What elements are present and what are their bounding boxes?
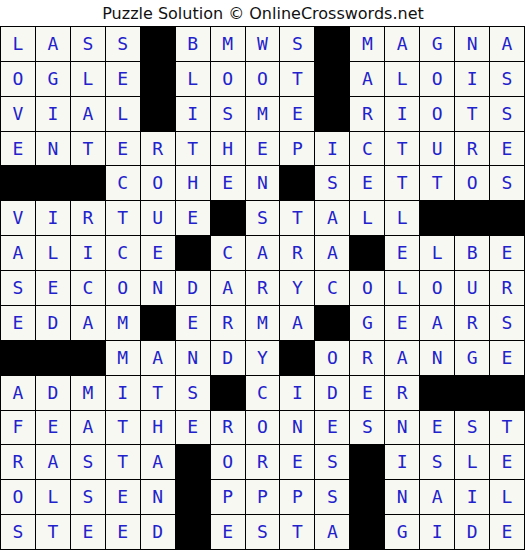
cell-letter: Y — [257, 349, 268, 367]
cell-letter: O — [152, 174, 163, 192]
block-cell — [420, 376, 454, 410]
block-cell — [176, 236, 210, 270]
letter-cell: T — [106, 411, 140, 445]
block-cell — [141, 97, 175, 131]
cell-letter: T — [117, 453, 128, 471]
letter-cell: O — [420, 62, 454, 96]
cell-letter: S — [82, 488, 93, 506]
letter-cell: A — [71, 306, 105, 340]
letter-cell: G — [385, 515, 419, 549]
letter-cell: U — [455, 271, 489, 305]
cell-letter: S — [327, 453, 338, 471]
letter-cell: T — [280, 515, 314, 549]
letter-cell: T — [385, 132, 419, 166]
letter-cell: S — [280, 27, 314, 61]
letter-cell: C — [246, 376, 280, 410]
letter-cell: P — [246, 480, 280, 514]
letter-cell: S — [490, 62, 524, 96]
cell-letter: S — [187, 384, 198, 402]
cell-letter: G — [432, 35, 443, 53]
cell-letter: A — [82, 105, 93, 123]
cell-letter: Y — [292, 279, 303, 297]
letter-cell: I — [176, 97, 210, 131]
letter-cell: M — [106, 341, 140, 375]
cell-letter: M — [362, 35, 373, 53]
cell-letter: D — [222, 349, 233, 367]
letter-cell: R — [211, 411, 245, 445]
cell-letter: F — [13, 418, 24, 436]
cell-letter: R — [467, 140, 478, 158]
cell-letter: S — [292, 35, 303, 53]
letter-cell: E — [350, 166, 384, 200]
cell-letter: N — [47, 140, 58, 158]
cell-letter: S — [257, 523, 268, 541]
letter-cell: A — [490, 27, 524, 61]
cell-letter: O — [13, 488, 24, 506]
cell-letter: O — [257, 418, 268, 436]
cell-letter: S — [502, 314, 513, 332]
letter-cell: M — [106, 306, 140, 340]
letter-cell: R — [490, 271, 524, 305]
cell-letter: A — [362, 70, 373, 88]
cell-letter: N — [187, 349, 198, 367]
letter-cell: S — [1, 515, 35, 549]
cell-letter: E — [117, 488, 128, 506]
letter-cell: E — [490, 341, 524, 375]
letter-cell: T — [490, 411, 524, 445]
letter-cell: O — [246, 411, 280, 445]
cell-letter: S — [327, 488, 338, 506]
cell-letter: G — [397, 523, 408, 541]
block-cell — [455, 376, 489, 410]
cell-letter: T — [292, 209, 303, 227]
letter-cell: E — [141, 236, 175, 270]
block-cell — [315, 97, 349, 131]
letter-cell: O — [246, 62, 280, 96]
cell-letter: T — [397, 174, 408, 192]
letter-cell: T — [141, 376, 175, 410]
cell-letter: T — [397, 140, 408, 158]
cell-letter: A — [327, 244, 338, 262]
cell-letter: D — [47, 384, 58, 402]
letter-cell: S — [350, 411, 384, 445]
letter-cell: H — [211, 132, 245, 166]
letter-cell: F — [1, 411, 35, 445]
cell-letter: M — [82, 384, 93, 402]
cell-letter: P — [222, 488, 233, 506]
cell-letter: I — [467, 70, 478, 88]
cell-letter: S — [467, 418, 478, 436]
letter-cell: E — [385, 306, 419, 340]
letter-cell: A — [141, 341, 175, 375]
letter-cell: T — [176, 132, 210, 166]
cell-letter: T — [117, 209, 128, 227]
letter-cell: L — [385, 62, 419, 96]
cell-letter: L — [187, 70, 198, 88]
letter-cell: S — [71, 480, 105, 514]
letter-cell: N — [385, 480, 419, 514]
cell-letter: T — [432, 174, 443, 192]
letter-cell: N — [280, 411, 314, 445]
letter-cell: L — [1, 27, 35, 61]
letter-cell: D — [141, 515, 175, 549]
cell-letter: T — [467, 105, 478, 123]
letter-cell: I — [385, 97, 419, 131]
letter-cell: A — [71, 411, 105, 445]
cell-letter: O — [222, 70, 233, 88]
cell-letter: L — [362, 209, 373, 227]
cell-letter: S — [82, 453, 93, 471]
letter-cell: I — [106, 376, 140, 410]
cell-letter: R — [257, 279, 268, 297]
cell-letter: O — [432, 105, 443, 123]
cell-letter: R — [13, 453, 24, 471]
letter-cell: A — [280, 306, 314, 340]
letter-cell: L — [385, 201, 419, 235]
cell-letter: T — [152, 384, 163, 402]
letter-cell: T — [455, 97, 489, 131]
letter-cell: T — [106, 445, 140, 479]
cell-letter: D — [152, 523, 163, 541]
letter-cell: S — [420, 445, 454, 479]
letter-cell: B — [455, 236, 489, 270]
letter-cell: A — [315, 515, 349, 549]
cell-letter: E — [117, 523, 128, 541]
cell-letter: E — [47, 418, 58, 436]
letter-cell: L — [106, 97, 140, 131]
letter-cell: E — [280, 97, 314, 131]
letter-cell: A — [141, 445, 175, 479]
letter-cell: S — [1, 271, 35, 305]
cell-letter: V — [13, 209, 24, 227]
letter-cell: G — [455, 341, 489, 375]
letter-cell: R — [455, 306, 489, 340]
cell-letter: W — [257, 35, 268, 53]
cell-letter: I — [432, 523, 443, 541]
letter-cell: T — [420, 166, 454, 200]
letter-cell: E — [106, 132, 140, 166]
letter-cell: P — [211, 480, 245, 514]
block-cell — [176, 515, 210, 549]
letter-cell: I — [385, 445, 419, 479]
cell-letter: R — [362, 349, 373, 367]
cell-letter: S — [502, 70, 513, 88]
letter-cell: A — [1, 376, 35, 410]
letter-cell: A — [246, 236, 280, 270]
letter-cell: D — [176, 271, 210, 305]
cell-letter: C — [117, 174, 128, 192]
cell-letter: V — [13, 105, 24, 123]
block-cell — [141, 62, 175, 96]
letter-cell: C — [315, 271, 349, 305]
cell-letter: S — [362, 418, 373, 436]
cell-letter: A — [292, 314, 303, 332]
letter-cell: E — [280, 445, 314, 479]
letter-cell: P — [280, 480, 314, 514]
letter-cell: E — [176, 306, 210, 340]
letter-cell: I — [36, 201, 70, 235]
letter-cell: S — [490, 306, 524, 340]
cell-letter: G — [47, 70, 58, 88]
letter-cell: I — [71, 236, 105, 270]
crossword-grid: LASSBMWSMAGNAOGLELOOTALOISVIALISMERIOTSE… — [0, 26, 525, 550]
cell-letter: A — [432, 488, 443, 506]
cell-letter: R — [222, 418, 233, 436]
letter-cell: L — [176, 62, 210, 96]
cell-letter: I — [117, 384, 128, 402]
letter-cell: O — [455, 166, 489, 200]
block-cell — [490, 376, 524, 410]
cell-letter: A — [257, 244, 268, 262]
cell-letter: S — [257, 209, 268, 227]
letter-cell: C — [211, 236, 245, 270]
cell-letter: R — [152, 140, 163, 158]
cell-letter: S — [117, 35, 128, 53]
cell-letter: S — [13, 279, 24, 297]
letter-cell: L — [455, 445, 489, 479]
puzzle-solution-page: Puzzle Solution © OnlineCrosswords.net L… — [0, 0, 526, 551]
letter-cell: W — [246, 27, 280, 61]
cell-letter: L — [502, 488, 513, 506]
letter-cell: R — [141, 132, 175, 166]
cell-letter: E — [187, 418, 198, 436]
letter-cell: O — [211, 445, 245, 479]
block-cell — [315, 62, 349, 96]
cell-letter: I — [327, 140, 338, 158]
letter-cell: G — [350, 306, 384, 340]
letter-cell: A — [36, 27, 70, 61]
letter-cell: I — [280, 376, 314, 410]
letter-cell: I — [420, 515, 454, 549]
letter-cell: N — [36, 132, 70, 166]
cell-letter: N — [467, 35, 478, 53]
cell-letter: E — [502, 349, 513, 367]
block-cell — [350, 480, 384, 514]
letter-cell: H — [176, 166, 210, 200]
letter-cell: E — [315, 411, 349, 445]
cell-letter: T — [292, 70, 303, 88]
letter-cell: A — [315, 236, 349, 270]
cell-letter: R — [292, 244, 303, 262]
cell-letter: C — [257, 384, 268, 402]
cell-letter: E — [222, 523, 233, 541]
block-cell — [350, 236, 384, 270]
cell-letter: T — [292, 523, 303, 541]
cell-letter: C — [327, 279, 338, 297]
cell-letter: I — [292, 384, 303, 402]
letter-cell: L — [36, 236, 70, 270]
cell-letter: L — [432, 244, 443, 262]
cell-letter: E — [13, 314, 24, 332]
letter-cell: R — [246, 271, 280, 305]
cell-letter: G — [467, 349, 478, 367]
cell-letter: L — [397, 209, 408, 227]
cell-letter: S — [13, 523, 24, 541]
cell-letter: M — [257, 105, 268, 123]
letter-cell: A — [71, 97, 105, 131]
letter-cell: S — [176, 376, 210, 410]
letter-cell: O — [1, 62, 35, 96]
cell-letter: L — [47, 244, 58, 262]
letter-cell: O — [211, 62, 245, 96]
cell-letter: O — [222, 453, 233, 471]
block-cell — [176, 445, 210, 479]
letter-cell: T — [280, 62, 314, 96]
letter-cell: Y — [280, 271, 314, 305]
cell-letter: M — [257, 314, 268, 332]
block-cell — [490, 201, 524, 235]
cell-letter: U — [152, 209, 163, 227]
cell-letter: M — [222, 35, 233, 53]
letter-cell: N — [420, 341, 454, 375]
cell-letter: E — [397, 314, 408, 332]
title-bar: Puzzle Solution © OnlineCrosswords.net — [0, 0, 526, 26]
cell-letter: E — [502, 140, 513, 158]
cell-letter: E — [187, 314, 198, 332]
letter-cell: L — [385, 271, 419, 305]
block-cell — [280, 166, 314, 200]
cell-letter: E — [502, 453, 513, 471]
block-cell — [141, 27, 175, 61]
cell-letter: A — [47, 453, 58, 471]
letter-cell: R — [1, 445, 35, 479]
letter-cell: D — [36, 376, 70, 410]
letter-cell: E — [385, 236, 419, 270]
cell-letter: E — [327, 418, 338, 436]
cell-letter: L — [467, 453, 478, 471]
cell-letter: D — [187, 279, 198, 297]
cell-letter: N — [152, 488, 163, 506]
letter-cell: S — [315, 445, 349, 479]
letter-cell: M — [246, 306, 280, 340]
cell-letter: E — [47, 279, 58, 297]
cell-letter: I — [397, 105, 408, 123]
letter-cell: O — [350, 271, 384, 305]
cell-letter: I — [467, 488, 478, 506]
cell-letter: N — [397, 418, 408, 436]
cell-letter: O — [432, 70, 443, 88]
cell-letter: S — [327, 174, 338, 192]
letter-cell: M — [246, 97, 280, 131]
letter-cell: E — [420, 411, 454, 445]
cell-letter: A — [152, 453, 163, 471]
cell-letter: O — [257, 70, 268, 88]
letter-cell: O — [420, 97, 454, 131]
cell-letter: S — [432, 453, 443, 471]
letter-cell: G — [36, 62, 70, 96]
letter-cell: O — [106, 271, 140, 305]
letter-cell: M — [350, 27, 384, 61]
cell-letter: A — [397, 35, 408, 53]
letter-cell: N — [385, 411, 419, 445]
letter-cell: N — [455, 27, 489, 61]
letter-cell: U — [141, 201, 175, 235]
letter-cell: N — [246, 166, 280, 200]
letter-cell: P — [280, 132, 314, 166]
letter-cell: R — [455, 132, 489, 166]
cell-letter: U — [432, 140, 443, 158]
block-cell — [315, 27, 349, 61]
cell-letter: T — [187, 140, 198, 158]
cell-letter: C — [222, 244, 233, 262]
cell-letter: A — [397, 349, 408, 367]
letter-cell: N — [176, 341, 210, 375]
cell-letter: R — [502, 279, 513, 297]
cell-letter: O — [117, 279, 128, 297]
cell-letter: H — [187, 174, 198, 192]
letter-cell: R — [350, 341, 384, 375]
cell-letter: T — [47, 523, 58, 541]
block-cell — [420, 201, 454, 235]
letter-cell: E — [106, 62, 140, 96]
letter-cell: L — [36, 480, 70, 514]
cell-letter: L — [82, 70, 93, 88]
cell-letter: R — [467, 314, 478, 332]
cell-letter: T — [82, 140, 93, 158]
letter-cell: D — [315, 376, 349, 410]
page-title: Puzzle Solution © OnlineCrosswords.net — [102, 4, 424, 23]
cell-letter: A — [13, 384, 24, 402]
cell-letter: T — [502, 418, 513, 436]
letter-cell: E — [246, 132, 280, 166]
block-cell — [455, 201, 489, 235]
letter-cell: E — [490, 515, 524, 549]
letter-cell: C — [350, 132, 384, 166]
letter-cell: C — [106, 166, 140, 200]
cell-letter: A — [222, 279, 233, 297]
letter-cell: I — [455, 480, 489, 514]
cell-letter: L — [117, 105, 128, 123]
cell-letter: L — [397, 279, 408, 297]
letter-cell: R — [280, 236, 314, 270]
letter-cell: N — [141, 271, 175, 305]
cell-letter: A — [47, 35, 58, 53]
letter-cell: R — [350, 97, 384, 131]
letter-cell: C — [71, 271, 105, 305]
cell-letter: O — [327, 349, 338, 367]
cell-letter: B — [187, 35, 198, 53]
cell-letter: E — [292, 453, 303, 471]
cell-letter: N — [257, 174, 268, 192]
block-cell — [315, 306, 349, 340]
letter-cell: A — [211, 271, 245, 305]
cell-letter: P — [292, 140, 303, 158]
letter-cell: S — [71, 27, 105, 61]
letter-cell: A — [385, 341, 419, 375]
letter-cell: A — [420, 306, 454, 340]
cell-letter: E — [117, 140, 128, 158]
letter-cell: Y — [246, 341, 280, 375]
letter-cell: L — [420, 236, 454, 270]
cell-letter: N — [397, 488, 408, 506]
letter-cell: V — [1, 201, 35, 235]
cell-letter: A — [502, 35, 513, 53]
letter-cell: E — [36, 411, 70, 445]
cell-letter: B — [467, 244, 478, 262]
cell-letter: C — [362, 140, 373, 158]
cell-letter: E — [117, 70, 128, 88]
letter-cell: T — [385, 166, 419, 200]
letter-cell: S — [315, 166, 349, 200]
cell-letter: R — [362, 105, 373, 123]
letter-cell: E — [211, 166, 245, 200]
block-cell — [71, 341, 105, 375]
cell-letter: I — [82, 244, 93, 262]
cell-letter: S — [502, 174, 513, 192]
letter-cell: R — [385, 376, 419, 410]
letter-cell: D — [455, 515, 489, 549]
letter-cell: D — [36, 306, 70, 340]
